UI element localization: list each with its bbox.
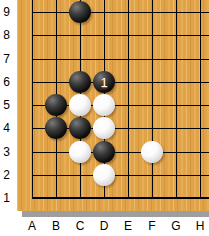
col-label-g: G: [168, 219, 184, 233]
col-label-h: H: [192, 219, 208, 233]
grid-line-row-1: [32, 197, 209, 199]
row-label-9: 9: [0, 5, 13, 19]
grid-line-col-h: [200, 0, 201, 199]
row-label-5: 5: [0, 98, 13, 112]
grid-line-col-e: [128, 0, 129, 199]
grid-line-col-f: [152, 0, 153, 199]
stone-black-b4: [45, 117, 67, 139]
stone-white-c5: [69, 94, 91, 116]
board-shadow: [22, 211, 209, 217]
row-label-3: 3: [0, 145, 13, 159]
stone-black-c9: [69, 1, 91, 23]
row-label-6: 6: [0, 75, 13, 89]
stone-black-b5: [45, 94, 67, 116]
move-number-label: 1: [100, 75, 107, 90]
stone-black-d3: [93, 141, 115, 163]
grid-line-row-6: [32, 82, 209, 83]
grid-line-row-8: [32, 35, 209, 36]
grid-line-col-g: [176, 0, 177, 199]
grid-line-row-7: [32, 59, 209, 60]
col-label-b: B: [48, 219, 64, 233]
row-label-7: 7: [0, 52, 13, 66]
stone-black-d6: 1: [93, 71, 115, 93]
go-board-region: 987654321ABCDEFGH1: [0, 0, 209, 236]
grid-line-row-2: [32, 175, 209, 176]
stone-white-d2: [93, 164, 115, 186]
stone-white-d5: [93, 94, 115, 116]
stone-white-f3: [141, 141, 163, 163]
row-label-1: 1: [0, 191, 13, 205]
row-label-4: 4: [0, 121, 13, 135]
row-label-8: 8: [0, 28, 13, 42]
stone-white-d4: [93, 117, 115, 139]
grid-line-row-3: [32, 152, 209, 153]
grid-line-col-a: [32, 0, 33, 199]
col-label-a: A: [24, 219, 40, 233]
stone-black-c4: [69, 117, 91, 139]
row-label-2: 2: [0, 168, 13, 182]
grid-line-row-9: [32, 12, 209, 13]
col-label-d: D: [96, 219, 112, 233]
col-label-e: E: [120, 219, 136, 233]
col-label-f: F: [144, 219, 160, 233]
stone-black-c6: [69, 71, 91, 93]
col-label-c: C: [72, 219, 88, 233]
stone-white-c3: [69, 141, 91, 163]
